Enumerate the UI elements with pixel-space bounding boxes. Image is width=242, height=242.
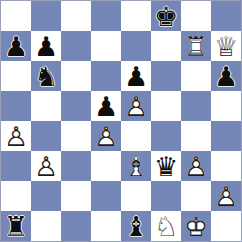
square-h3[interactable] [211,151,241,181]
square-g1[interactable]: ♚♔ [181,211,211,241]
square-c2[interactable] [61,181,91,211]
square-c7[interactable] [61,31,91,61]
square-f5[interactable] [151,91,181,121]
square-b3[interactable]: ♟♙ [31,151,61,181]
square-d2[interactable] [91,181,121,211]
square-a5[interactable] [1,91,31,121]
square-b5[interactable] [31,91,61,121]
square-b7[interactable]: ♟ [31,31,61,61]
piece-glyph: ♟ [211,61,241,91]
piece-outline-glyph: ♙ [1,121,31,151]
square-b4[interactable] [31,121,61,151]
square-f3[interactable]: ♛ [151,151,181,181]
square-b2[interactable] [31,181,61,211]
square-f4[interactable] [151,121,181,151]
black-pawn[interactable]: ♟ [211,61,241,91]
piece-glyph: ♟ [31,31,61,61]
piece-outline-glyph: ♕ [211,31,241,61]
square-a3[interactable] [1,151,31,181]
chess-board: ♚♟♟♜♖♛♕♞♟♟♟♟♙♟♙♟♙♟♙♝♗♛♟♙♟♙♜♝♞♘♚♔ [0,0,242,242]
black-pawn[interactable]: ♟ [121,61,151,91]
square-g5[interactable] [181,91,211,121]
white-queen[interactable]: ♛♕ [211,31,241,61]
white-pawn[interactable]: ♟♙ [31,151,61,181]
square-g2[interactable] [181,181,211,211]
white-pawn[interactable]: ♟♙ [181,151,211,181]
piece-outline-glyph: ♙ [181,151,211,181]
piece-outline-glyph: ♗ [121,151,151,181]
white-rook[interactable]: ♜♖ [181,31,211,61]
square-d7[interactable] [91,31,121,61]
black-king[interactable]: ♚ [151,1,181,31]
square-c8[interactable] [61,1,91,31]
square-e2[interactable] [121,181,151,211]
square-c3[interactable] [61,151,91,181]
square-e5[interactable]: ♟♙ [121,91,151,121]
square-e3[interactable]: ♝♗ [121,151,151,181]
piece-glyph: ♞ [31,61,61,91]
white-pawn[interactable]: ♟♙ [211,181,241,211]
square-e8[interactable] [121,1,151,31]
piece-outline-glyph: ♙ [121,91,151,121]
square-c1[interactable] [61,211,91,241]
square-e7[interactable] [121,31,151,61]
black-pawn[interactable]: ♟ [1,31,31,61]
square-h2[interactable]: ♟♙ [211,181,241,211]
square-h1[interactable] [211,211,241,241]
square-f7[interactable] [151,31,181,61]
square-e4[interactable] [121,121,151,151]
square-g3[interactable]: ♟♙ [181,151,211,181]
square-h4[interactable] [211,121,241,151]
square-b8[interactable] [31,1,61,31]
white-pawn[interactable]: ♟♙ [91,121,121,151]
square-a7[interactable]: ♟ [1,31,31,61]
square-g8[interactable] [181,1,211,31]
piece-outline-glyph: ♘ [151,211,181,241]
piece-glyph: ♝ [121,211,151,241]
white-king[interactable]: ♚♔ [181,211,211,241]
square-a2[interactable] [1,181,31,211]
black-bishop[interactable]: ♝ [121,211,151,241]
square-h8[interactable] [211,1,241,31]
piece-glyph: ♟ [91,91,121,121]
square-f8[interactable]: ♚ [151,1,181,31]
white-pawn[interactable]: ♟♙ [1,121,31,151]
square-b1[interactable] [31,211,61,241]
piece-glyph: ♟ [121,61,151,91]
square-a8[interactable] [1,1,31,31]
black-queen[interactable]: ♛ [151,151,181,181]
square-g4[interactable] [181,121,211,151]
square-a6[interactable] [1,61,31,91]
square-c4[interactable] [61,121,91,151]
piece-glyph: ♛ [151,151,181,181]
square-f6[interactable] [151,61,181,91]
piece-outline-glyph: ♙ [31,151,61,181]
square-f1[interactable]: ♞♘ [151,211,181,241]
square-h7[interactable]: ♛♕ [211,31,241,61]
piece-glyph: ♜ [1,211,31,241]
square-d6[interactable] [91,61,121,91]
piece-outline-glyph: ♔ [181,211,211,241]
piece-glyph: ♟ [1,31,31,61]
square-a1[interactable]: ♜ [1,211,31,241]
piece-glyph: ♚ [151,1,181,31]
square-g6[interactable] [181,61,211,91]
piece-outline-glyph: ♙ [91,121,121,151]
black-knight[interactable]: ♞ [31,61,61,91]
square-c5[interactable] [61,91,91,121]
white-bishop[interactable]: ♝♗ [121,151,151,181]
square-e1[interactable]: ♝ [121,211,151,241]
square-f2[interactable] [151,181,181,211]
square-h5[interactable] [211,91,241,121]
white-pawn[interactable]: ♟♙ [121,91,151,121]
square-e6[interactable]: ♟ [121,61,151,91]
black-pawn[interactable]: ♟ [91,91,121,121]
piece-outline-glyph: ♙ [211,181,241,211]
white-knight[interactable]: ♞♘ [151,211,181,241]
square-h6[interactable]: ♟ [211,61,241,91]
square-b6[interactable]: ♞ [31,61,61,91]
square-g7[interactable]: ♜♖ [181,31,211,61]
square-d3[interactable] [91,151,121,181]
square-c6[interactable] [61,61,91,91]
square-d5[interactable]: ♟ [91,91,121,121]
black-rook[interactable]: ♜ [1,211,31,241]
black-pawn[interactable]: ♟ [31,31,61,61]
piece-outline-glyph: ♖ [181,31,211,61]
square-a4[interactable]: ♟♙ [1,121,31,151]
square-d4[interactable]: ♟♙ [91,121,121,151]
square-d1[interactable] [91,211,121,241]
square-d8[interactable] [91,1,121,31]
